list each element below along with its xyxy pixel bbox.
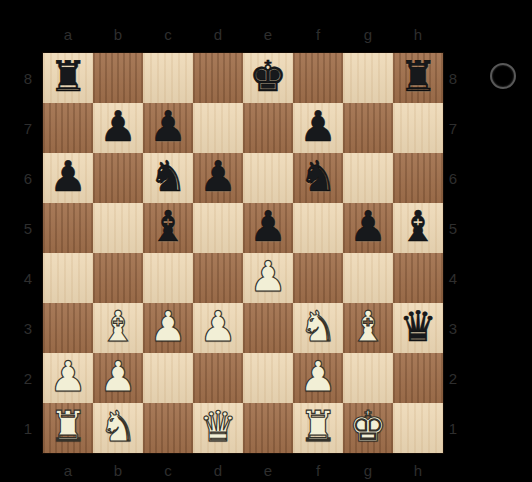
rank-labels-right: 87654321 [444, 53, 462, 453]
piece-white-rook[interactable]: ♜ [49, 402, 87, 452]
square-g5[interactable]: ♟ [343, 203, 393, 253]
rank-label-4: 4 [444, 253, 462, 303]
file-labels-bottom: abcdefgh [43, 461, 443, 479]
piece-white-pawn[interactable]: ♟ [299, 352, 337, 402]
chess-board: ♜♚♜♟♟♟♟♞♟♞♝♟♟♝♟♝♟♟♞♝♛♟♟♟♜♞♛♜♚ [43, 53, 443, 453]
square-b5[interactable] [93, 203, 143, 253]
file-label-h: h [393, 461, 443, 479]
rank-label-4: 4 [19, 253, 37, 303]
rank-label-6: 6 [19, 153, 37, 203]
square-c3[interactable]: ♟ [143, 303, 193, 353]
square-a8[interactable]: ♜ [43, 53, 93, 103]
square-b4[interactable] [93, 253, 143, 303]
square-f4[interactable] [293, 253, 343, 303]
piece-black-rook[interactable]: ♜ [399, 52, 437, 102]
square-h8[interactable]: ♜ [393, 53, 443, 103]
file-labels-top: abcdefgh [43, 25, 443, 43]
square-g2[interactable] [343, 353, 393, 403]
piece-white-pawn[interactable]: ♟ [49, 352, 87, 402]
square-g8[interactable] [343, 53, 393, 103]
piece-black-pawn[interactable]: ♟ [199, 152, 237, 202]
square-a1[interactable]: ♜ [43, 403, 93, 453]
file-label-a: a [43, 25, 93, 43]
piece-white-bishop[interactable]: ♝ [99, 302, 137, 352]
square-a5[interactable] [43, 203, 93, 253]
square-g1[interactable]: ♚ [343, 403, 393, 453]
square-b7[interactable]: ♟ [93, 103, 143, 153]
rank-label-2: 2 [444, 353, 462, 403]
square-e5[interactable]: ♟ [243, 203, 293, 253]
square-a6[interactable]: ♟ [43, 153, 93, 203]
piece-white-king[interactable]: ♚ [349, 402, 387, 452]
square-a4[interactable] [43, 253, 93, 303]
square-c7[interactable]: ♟ [143, 103, 193, 153]
square-e8[interactable]: ♚ [243, 53, 293, 103]
piece-white-pawn[interactable]: ♟ [99, 352, 137, 402]
square-e7[interactable] [243, 103, 293, 153]
square-b1[interactable]: ♞ [93, 403, 143, 453]
square-a2[interactable]: ♟ [43, 353, 93, 403]
piece-black-knight[interactable]: ♞ [299, 152, 337, 202]
square-e6[interactable] [243, 153, 293, 203]
piece-black-pawn[interactable]: ♟ [149, 102, 187, 152]
square-f8[interactable] [293, 53, 343, 103]
square-h6[interactable] [393, 153, 443, 203]
piece-white-knight[interactable]: ♞ [299, 302, 337, 352]
square-b8[interactable] [93, 53, 143, 103]
piece-black-pawn[interactable]: ♟ [99, 102, 137, 152]
square-g4[interactable] [343, 253, 393, 303]
piece-black-pawn[interactable]: ♟ [299, 102, 337, 152]
square-c4[interactable] [143, 253, 193, 303]
square-h4[interactable] [393, 253, 443, 303]
square-c6[interactable]: ♞ [143, 153, 193, 203]
chess-position-view: abcdefgh abcdefgh 87654321 87654321 ♜♚♜♟… [0, 0, 532, 482]
rank-label-7: 7 [444, 103, 462, 153]
file-label-g: g [343, 25, 393, 43]
rank-label-1: 1 [19, 403, 37, 453]
square-g3[interactable]: ♝ [343, 303, 393, 353]
square-d1[interactable]: ♛ [193, 403, 243, 453]
square-e4[interactable]: ♟ [243, 253, 293, 303]
piece-white-rook[interactable]: ♜ [299, 402, 337, 452]
piece-white-pawn[interactable]: ♟ [249, 252, 287, 302]
square-b2[interactable]: ♟ [93, 353, 143, 403]
square-f2[interactable]: ♟ [293, 353, 343, 403]
piece-black-pawn[interactable]: ♟ [249, 202, 287, 252]
rank-label-8: 8 [19, 53, 37, 103]
square-f6[interactable]: ♞ [293, 153, 343, 203]
file-label-h: h [393, 25, 443, 43]
square-c1[interactable] [143, 403, 193, 453]
square-f7[interactable]: ♟ [293, 103, 343, 153]
square-f3[interactable]: ♞ [293, 303, 343, 353]
square-c5[interactable]: ♝ [143, 203, 193, 253]
square-e3[interactable] [243, 303, 293, 353]
square-d2[interactable] [193, 353, 243, 403]
square-h1[interactable] [393, 403, 443, 453]
file-label-b: b [93, 461, 143, 479]
square-h5[interactable]: ♝ [393, 203, 443, 253]
piece-white-pawn[interactable]: ♟ [199, 302, 237, 352]
piece-black-bishop[interactable]: ♝ [149, 202, 187, 252]
piece-white-bishop[interactable]: ♝ [349, 302, 387, 352]
rank-label-5: 5 [19, 203, 37, 253]
rank-label-1: 1 [444, 403, 462, 453]
file-label-c: c [143, 25, 193, 43]
rank-labels-left: 87654321 [19, 53, 37, 453]
piece-black-queen[interactable]: ♛ [399, 302, 437, 352]
square-b3[interactable]: ♝ [93, 303, 143, 353]
square-c8[interactable] [143, 53, 193, 103]
piece-black-pawn[interactable]: ♟ [349, 202, 387, 252]
square-g7[interactable] [343, 103, 393, 153]
file-label-f: f [293, 461, 343, 479]
piece-black-knight[interactable]: ♞ [149, 152, 187, 202]
square-h2[interactable] [393, 353, 443, 403]
piece-black-king[interactable]: ♚ [249, 52, 287, 102]
file-label-g: g [343, 461, 393, 479]
piece-white-pawn[interactable]: ♟ [149, 302, 187, 352]
file-label-e: e [243, 461, 293, 479]
square-e2[interactable] [243, 353, 293, 403]
file-label-f: f [293, 25, 343, 43]
square-h7[interactable] [393, 103, 443, 153]
square-e1[interactable] [243, 403, 293, 453]
square-d4[interactable] [193, 253, 243, 303]
square-b6[interactable] [93, 153, 143, 203]
square-a7[interactable] [43, 103, 93, 153]
black-to-move-indicator [490, 63, 516, 89]
rank-label-8: 8 [444, 53, 462, 103]
square-a3[interactable] [43, 303, 93, 353]
file-label-d: d [193, 25, 243, 43]
square-f1[interactable]: ♜ [293, 403, 343, 453]
rank-label-3: 3 [444, 303, 462, 353]
square-c2[interactable] [143, 353, 193, 403]
square-d7[interactable] [193, 103, 243, 153]
file-label-a: a [43, 461, 93, 479]
rank-label-5: 5 [444, 203, 462, 253]
square-d8[interactable] [193, 53, 243, 103]
rank-label-3: 3 [19, 303, 37, 353]
rank-label-6: 6 [444, 153, 462, 203]
file-label-b: b [93, 25, 143, 43]
rank-label-7: 7 [19, 103, 37, 153]
piece-white-knight[interactable]: ♞ [99, 402, 137, 452]
square-h3[interactable]: ♛ [393, 303, 443, 353]
square-d6[interactable]: ♟ [193, 153, 243, 203]
square-g6[interactable] [343, 153, 393, 203]
piece-black-bishop[interactable]: ♝ [399, 202, 437, 252]
square-d3[interactable]: ♟ [193, 303, 243, 353]
square-f5[interactable] [293, 203, 343, 253]
piece-black-rook[interactable]: ♜ [49, 52, 87, 102]
piece-black-pawn[interactable]: ♟ [49, 152, 87, 202]
file-label-c: c [143, 461, 193, 479]
piece-white-queen[interactable]: ♛ [199, 402, 237, 452]
rank-label-2: 2 [19, 353, 37, 403]
file-label-d: d [193, 461, 243, 479]
file-label-e: e [243, 25, 293, 43]
square-d5[interactable] [193, 203, 243, 253]
